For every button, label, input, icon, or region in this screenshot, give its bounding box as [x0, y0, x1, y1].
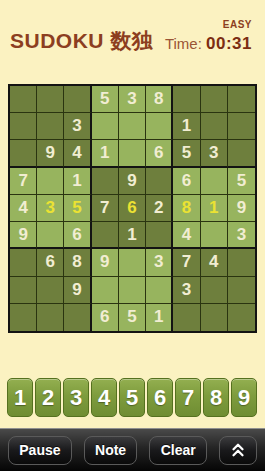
- cell-r8c7[interactable]: 3: [173, 277, 200, 304]
- cell-r1c4[interactable]: 5: [92, 86, 119, 113]
- cell-r5c3[interactable]: 5: [64, 195, 91, 222]
- difficulty-badge: EASY: [223, 19, 252, 30]
- cell-r5c8[interactable]: 1: [201, 195, 228, 222]
- cell-r1c1[interactable]: [10, 86, 37, 113]
- numpad-button-9[interactable]: 9: [231, 378, 257, 417]
- numpad-button-5[interactable]: 5: [119, 378, 145, 417]
- timer: Time: 00:31: [165, 34, 252, 54]
- cell-r2c4[interactable]: [92, 113, 119, 140]
- numpad-button-4[interactable]: 4: [91, 378, 117, 417]
- cell-r1c5[interactable]: 3: [119, 86, 146, 113]
- cell-r2c8[interactable]: [201, 113, 228, 140]
- cell-r7c9[interactable]: [228, 249, 255, 276]
- numpad-button-8[interactable]: 8: [203, 378, 229, 417]
- cell-r8c5[interactable]: [119, 277, 146, 304]
- cell-r2c1[interactable]: [10, 113, 37, 140]
- cell-r1c8[interactable]: [201, 86, 228, 113]
- sudoku-app-screen: SUDOKU 数独 EASY Time: 00:31 5383194165371…: [0, 0, 265, 471]
- number-pad: 123456789: [7, 378, 258, 417]
- cell-r9c4[interactable]: 6: [92, 304, 119, 331]
- timer-value: 00:31: [206, 34, 252, 53]
- cell-r6c5[interactable]: 1: [119, 222, 146, 249]
- cell-r8c4[interactable]: [92, 277, 119, 304]
- cell-r3c7[interactable]: 5: [173, 140, 200, 167]
- note-button[interactable]: Note: [84, 436, 138, 465]
- cell-r3c6[interactable]: 6: [146, 140, 173, 167]
- cell-r9c9[interactable]: [228, 304, 255, 331]
- chevron-double-up-icon: [229, 441, 247, 459]
- cell-r4c7[interactable]: 6: [173, 168, 200, 195]
- cell-r8c2[interactable]: [37, 277, 64, 304]
- cell-r7c2[interactable]: 6: [37, 249, 64, 276]
- cell-r1c9[interactable]: [228, 86, 255, 113]
- cell-r7c5[interactable]: [119, 249, 146, 276]
- cell-r8c8[interactable]: [201, 277, 228, 304]
- cell-r1c3[interactable]: [64, 86, 91, 113]
- cell-r6c3[interactable]: 6: [64, 222, 91, 249]
- clear-button[interactable]: Clear: [149, 436, 207, 465]
- cell-r4c4[interactable]: [92, 168, 119, 195]
- cell-r6c9[interactable]: 3: [228, 222, 255, 249]
- cell-r6c2[interactable]: [37, 222, 64, 249]
- cell-r1c2[interactable]: [37, 86, 64, 113]
- bottom-toolbar: Pause Note Clear: [0, 428, 265, 471]
- cell-r3c5[interactable]: [119, 140, 146, 167]
- cell-r8c3[interactable]: 9: [64, 277, 91, 304]
- cell-r7c4[interactable]: 9: [92, 249, 119, 276]
- cell-r6c8[interactable]: [201, 222, 228, 249]
- numpad-button-2[interactable]: 2: [35, 378, 61, 417]
- cell-r8c6[interactable]: [146, 277, 173, 304]
- cell-r8c9[interactable]: [228, 277, 255, 304]
- timer-label: Time:: [165, 35, 202, 52]
- cell-r2c7[interactable]: 1: [173, 113, 200, 140]
- cell-r4c9[interactable]: 5: [228, 168, 255, 195]
- cell-r5c6[interactable]: 2: [146, 195, 173, 222]
- cell-r4c8[interactable]: [201, 168, 228, 195]
- cell-r5c4[interactable]: 7: [92, 195, 119, 222]
- cell-r2c5[interactable]: [119, 113, 146, 140]
- cell-r9c7[interactable]: [173, 304, 200, 331]
- cell-r9c2[interactable]: [37, 304, 64, 331]
- cell-r5c5[interactable]: 6: [119, 195, 146, 222]
- sudoku-board: 5383194165371965435762819961436893749365…: [8, 84, 257, 333]
- cell-r6c6[interactable]: [146, 222, 173, 249]
- pause-button[interactable]: Pause: [8, 436, 72, 465]
- cell-r3c4[interactable]: 1: [92, 140, 119, 167]
- cell-r4c6[interactable]: [146, 168, 173, 195]
- numpad-button-1[interactable]: 1: [7, 378, 33, 417]
- cell-r3c3[interactable]: 4: [64, 140, 91, 167]
- cell-r7c6[interactable]: 3: [146, 249, 173, 276]
- cell-r4c1[interactable]: 7: [10, 168, 37, 195]
- cell-r3c2[interactable]: 9: [37, 140, 64, 167]
- cell-r5c2[interactable]: 3: [37, 195, 64, 222]
- collapse-keypad-button[interactable]: [219, 436, 257, 465]
- cell-r6c1[interactable]: 9: [10, 222, 37, 249]
- cell-r9c8[interactable]: [201, 304, 228, 331]
- cell-r3c8[interactable]: 3: [201, 140, 228, 167]
- cell-r7c8[interactable]: 4: [201, 249, 228, 276]
- cell-r7c1[interactable]: [10, 249, 37, 276]
- cell-r7c3[interactable]: 8: [64, 249, 91, 276]
- numpad-button-3[interactable]: 3: [63, 378, 89, 417]
- cell-r2c2[interactable]: [37, 113, 64, 140]
- cell-r3c1[interactable]: [10, 140, 37, 167]
- cell-r6c7[interactable]: 4: [173, 222, 200, 249]
- cell-r4c2[interactable]: [37, 168, 64, 195]
- cell-r6c4[interactable]: [92, 222, 119, 249]
- cell-r1c6[interactable]: 8: [146, 86, 173, 113]
- cell-r8c1[interactable]: [10, 277, 37, 304]
- app-title: SUDOKU 数独: [10, 27, 153, 55]
- cell-r2c3[interactable]: 3: [64, 113, 91, 140]
- cell-r5c7[interactable]: 8: [173, 195, 200, 222]
- numpad-button-7[interactable]: 7: [175, 378, 201, 417]
- cell-r1c7[interactable]: [173, 86, 200, 113]
- cell-r9c1[interactable]: [10, 304, 37, 331]
- cell-r4c3[interactable]: 1: [64, 168, 91, 195]
- cell-r9c6[interactable]: 1: [146, 304, 173, 331]
- cell-r5c9[interactable]: 9: [228, 195, 255, 222]
- cell-r4c5[interactable]: 9: [119, 168, 146, 195]
- cell-r9c3[interactable]: [64, 304, 91, 331]
- cell-r2c6[interactable]: [146, 113, 173, 140]
- cell-r7c7[interactable]: 7: [173, 249, 200, 276]
- cell-r9c5[interactable]: 5: [119, 304, 146, 331]
- cell-r2c9[interactable]: [228, 113, 255, 140]
- cell-r3c9[interactable]: [228, 140, 255, 167]
- numpad-button-6[interactable]: 6: [147, 378, 173, 417]
- cell-r5c1[interactable]: 4: [10, 195, 37, 222]
